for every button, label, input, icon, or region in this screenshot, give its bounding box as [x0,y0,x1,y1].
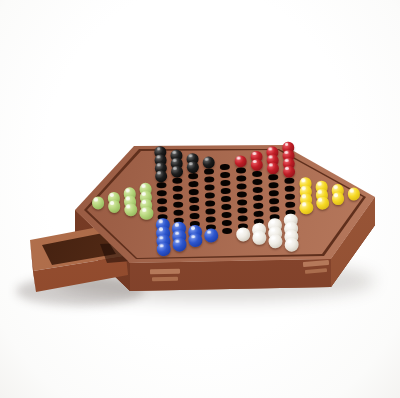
board-hole [284,178,294,184]
board-hole [238,215,248,221]
hole-c10-10[interactable] [251,234,267,243]
marble-white[interactable] [236,227,250,241]
hole-c0-0[interactable] [90,199,106,208]
hole-c2-2[interactable] [122,206,138,215]
marble-yellow[interactable] [347,187,360,200]
chinese-checkers-scene [0,0,400,398]
hole-c16-0[interactable] [346,190,362,199]
hole-c5-11[interactable] [171,240,187,249]
hole-c6-10[interactable] [187,236,203,245]
board-hole [236,167,246,173]
hole-c8-8[interactable] [219,227,235,236]
board-hole [188,173,198,179]
star-grid [88,142,363,255]
board-hole [253,211,263,217]
marble-white[interactable] [252,231,266,245]
hole-c4-12[interactable] [156,245,172,254]
finger-joint [150,269,180,275]
board-hole [222,228,232,234]
marble-yellow[interactable] [331,192,344,205]
board-hole [189,189,199,195]
board-hole [173,194,183,200]
board-hole [206,217,216,223]
board-hole [237,191,247,197]
board-hole [221,188,231,194]
board-hole [205,193,215,199]
hole-c15-1[interactable] [330,195,346,204]
hole-c13-3[interactable] [298,204,314,213]
marble-green[interactable] [140,207,154,221]
board-hole [220,164,230,170]
board-hole [253,203,263,209]
board-hole [173,202,183,208]
board-hole [236,183,246,189]
hole-c9-9[interactable] [235,230,251,239]
board-hole [205,209,215,215]
board-hole [189,205,199,211]
finger-joint [152,277,178,282]
marble-blue[interactable] [204,228,218,242]
board-hole [237,207,247,213]
hole-c12-12[interactable] [284,240,300,249]
board-hole [285,202,295,208]
board-hole [173,210,183,216]
board-hole [172,178,182,184]
board-hole [204,177,214,183]
board-hole [221,196,231,202]
board-hole [222,220,232,226]
board-hole [189,197,199,203]
board-hole [220,172,230,178]
marble-yellow[interactable] [315,196,328,209]
hole-c11-11[interactable] [267,237,283,246]
board-hole [221,212,231,218]
board-hole [268,182,278,188]
board-hole [204,185,214,191]
board-hole [188,181,198,187]
board-hole [285,194,295,200]
marble-green[interactable] [91,196,104,209]
board-hole [220,180,230,186]
board-hole [189,213,199,219]
hole-c1-1[interactable] [106,203,122,212]
board-hole [237,199,247,205]
board-hole [252,171,262,177]
hole-c7-9[interactable] [203,231,219,240]
board-hole [269,190,279,196]
board-hole [157,206,167,212]
board-hole [236,175,246,181]
marble-green[interactable] [108,200,121,213]
board-hole [204,169,214,175]
board-hole [253,187,263,193]
marble-blue[interactable] [188,233,202,247]
board-hole [157,198,167,204]
board-hole [156,182,166,188]
board-hole [205,201,215,207]
hole-c3-3[interactable] [138,210,154,219]
board-hole [157,190,167,196]
board-hole [173,186,183,192]
marble-yellow[interactable] [300,201,314,215]
board-hole [268,174,278,180]
hole-c14-2[interactable] [314,199,330,208]
board-hole [253,195,263,201]
marble-white[interactable] [268,234,282,248]
marble-blue[interactable] [172,237,186,251]
board-hole [269,198,279,204]
board-hole [221,204,231,210]
board-hole [269,206,279,212]
board-hole [285,186,295,192]
board-hole [252,179,262,185]
marble-green[interactable] [124,203,137,216]
